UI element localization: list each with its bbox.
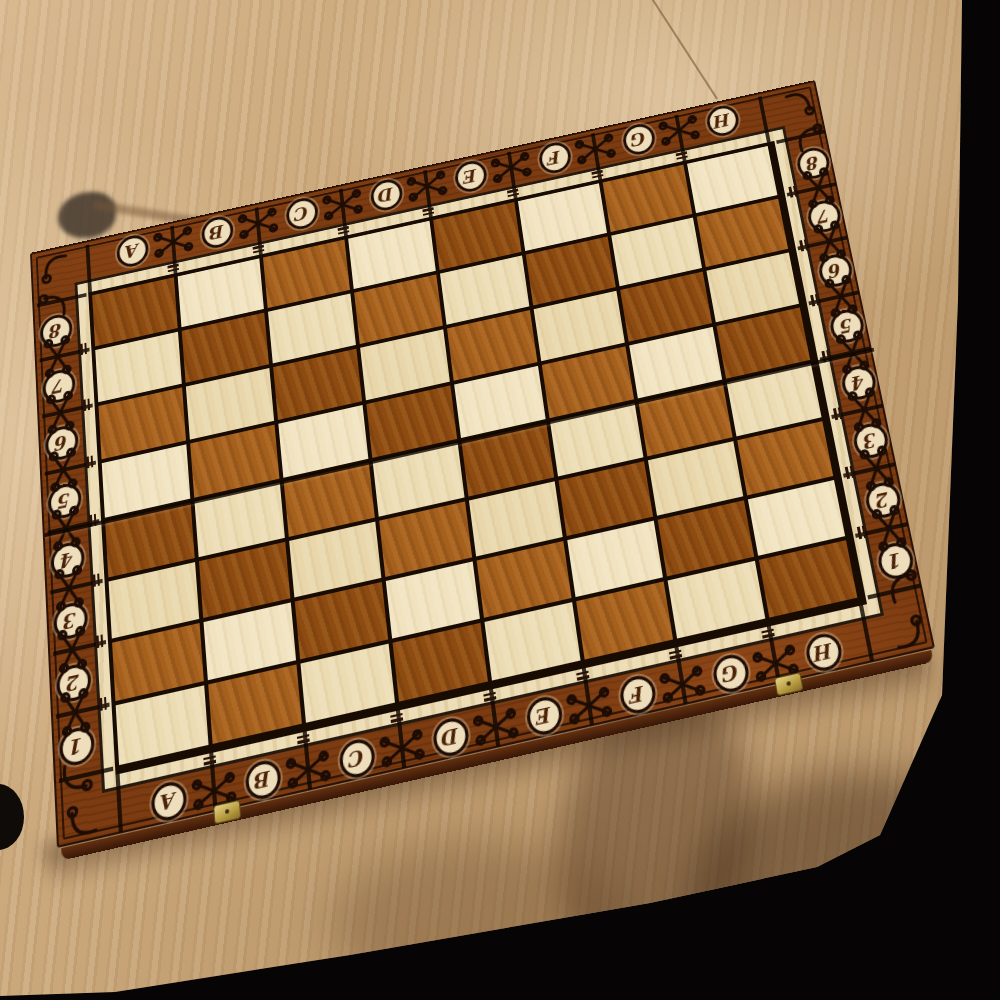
photo-scene: ABCDEFGHABCDEFGH8765432187654321 [0, 0, 1000, 1000]
soft-shadow-bottom [330, 840, 630, 1000]
corner-curl-ornament [58, 754, 94, 799]
corner-curl-ornament [65, 798, 102, 843]
table-plank-seam [648, 0, 718, 99]
corner-curl-ornament [887, 612, 929, 656]
tick-mark [92, 573, 100, 587]
corner-curl-ornament [883, 567, 924, 610]
dark-object-left-edge [0, 784, 24, 850]
tick-mark [83, 398, 90, 411]
scroll-ornament-left [48, 445, 79, 494]
scroll-ornament-left [56, 624, 88, 676]
scroll-ornament-left [59, 686, 92, 739]
scroll-ornament-left [42, 333, 72, 380]
tick-mark [80, 343, 87, 356]
tick-mark [99, 697, 107, 711]
tick-mark [86, 455, 93, 468]
tick-mark [96, 634, 104, 648]
scroll-ornament-left [53, 563, 85, 614]
scroll-ornament-left [45, 389, 76, 437]
table-stain [58, 192, 116, 238]
